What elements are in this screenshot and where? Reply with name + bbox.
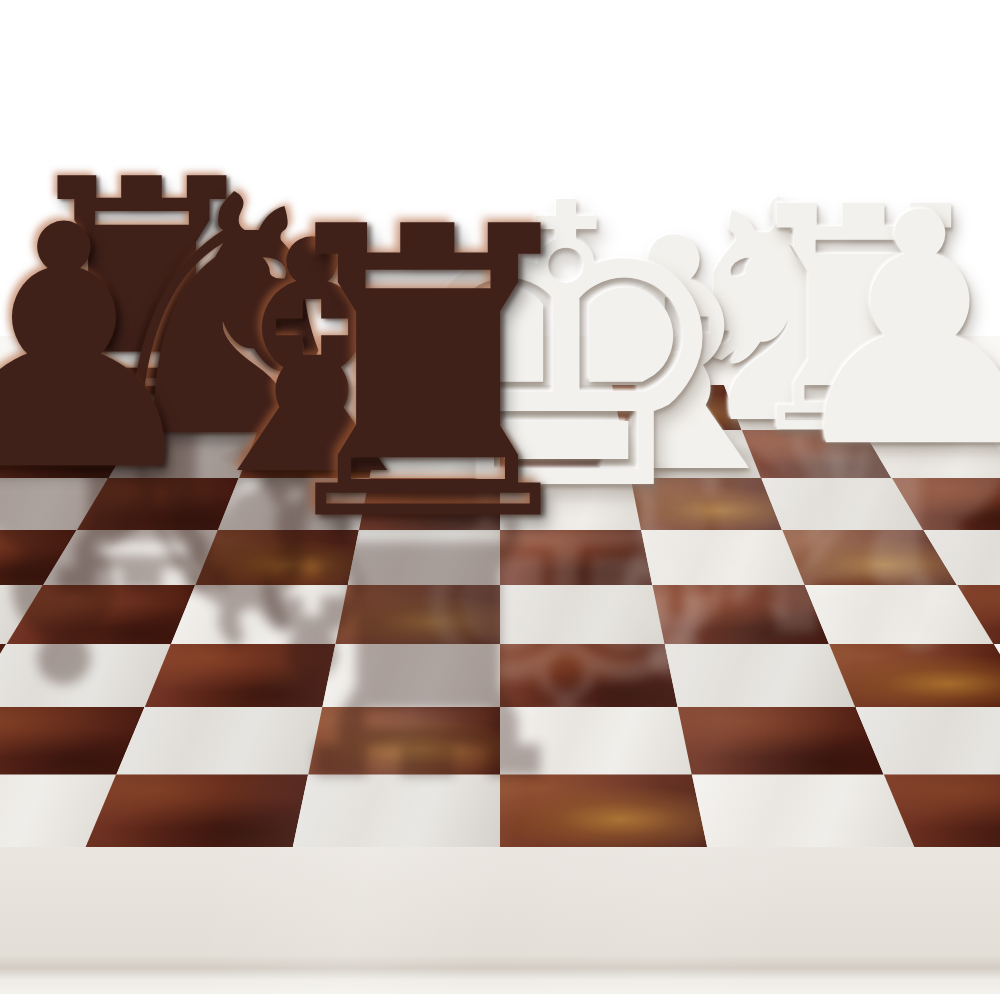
black-rook-2-glyph: ♜ <box>249 176 608 576</box>
pieces-layer: ♟ ♟ ♜ ♜ ♞ ♞ ♝ ♝ ♜ ♜ ♚ ♚ ♝ ♝ ♞ ♞ <box>0 0 1000 1000</box>
chess-set-photo: ♟ ♟ ♜ ♜ ♞ ♞ ♝ ♝ ♜ ♜ ♚ ♚ ♝ ♝ ♞ ♞ <box>0 0 1000 1000</box>
black-rook-2[interactable]: ♜ ♜ <box>249 176 608 502</box>
